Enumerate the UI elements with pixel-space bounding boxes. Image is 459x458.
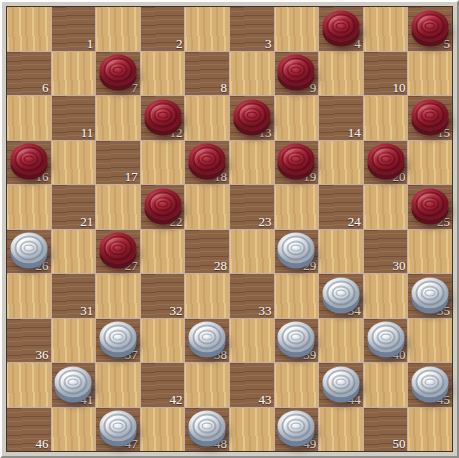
white-man-square-44[interactable] <box>322 366 359 397</box>
square-number: 24 <box>348 215 361 229</box>
piece-ring <box>19 152 38 167</box>
piece-ring <box>335 378 346 385</box>
light-square <box>230 319 274 363</box>
piece-ring <box>331 374 350 389</box>
piece-ring <box>421 196 440 211</box>
white-man-square-38[interactable] <box>189 322 226 353</box>
square-number: 8 <box>220 81 227 95</box>
square-35[interactable]: 35 <box>408 274 452 318</box>
square-number: 33 <box>259 304 272 318</box>
red-man-square-18[interactable] <box>189 144 226 175</box>
square-45[interactable]: 45 <box>408 363 452 407</box>
white-man-square-29[interactable] <box>278 233 315 264</box>
square-10[interactable]: 10 <box>364 52 408 96</box>
light-square <box>141 141 185 185</box>
piece-ring <box>282 58 311 83</box>
piece-ring <box>287 63 306 78</box>
piece-ring <box>103 58 132 83</box>
square-50[interactable]: 50 <box>364 408 408 452</box>
piece-ring <box>371 325 400 350</box>
square-33[interactable]: 33 <box>230 274 274 318</box>
piece-ring <box>103 236 132 261</box>
light-square <box>96 363 140 407</box>
square-48[interactable]: 48 <box>185 408 229 452</box>
red-man-square-4[interactable] <box>322 10 359 41</box>
piece-ring <box>371 147 400 172</box>
piece-ring <box>153 107 172 122</box>
piece-ring <box>291 245 302 252</box>
square-13[interactable]: 13 <box>230 96 274 140</box>
square-46[interactable]: 46 <box>7 408 51 452</box>
light-square <box>408 319 452 363</box>
light-square <box>364 363 408 407</box>
piece-ring <box>19 241 38 256</box>
light-square <box>364 185 408 229</box>
piece-ring <box>291 156 302 163</box>
piece-ring <box>331 285 350 300</box>
square-number: 46 <box>36 437 49 451</box>
square-9[interactable]: 9 <box>275 52 319 96</box>
piece-ring <box>108 419 127 434</box>
square-37[interactable]: 37 <box>96 319 140 363</box>
piece-ring <box>421 374 440 389</box>
square-22[interactable]: 22 <box>141 185 185 229</box>
piece-ring <box>198 330 217 345</box>
light-square <box>319 141 363 185</box>
square-number: 14 <box>348 126 361 140</box>
board-frame: 1234567891011121314151617181920212223242… <box>0 0 459 458</box>
light-square <box>275 185 319 229</box>
piece-ring <box>425 289 436 296</box>
square-2[interactable]: 2 <box>141 7 185 51</box>
piece-ring <box>335 289 346 296</box>
piece-ring <box>416 191 445 216</box>
square-number: 9 <box>310 81 317 95</box>
piece-ring <box>14 147 43 172</box>
white-man-square-48[interactable] <box>189 411 226 442</box>
light-square <box>52 230 96 274</box>
light-square <box>141 408 185 452</box>
square-23[interactable]: 23 <box>230 185 274 229</box>
piece-ring <box>425 200 436 207</box>
square-number: 7 <box>131 81 138 95</box>
piece-ring <box>153 196 172 211</box>
piece-ring <box>425 22 436 29</box>
piece-ring <box>202 423 213 430</box>
light-square <box>319 319 363 363</box>
square-29[interactable]: 29 <box>275 230 319 274</box>
light-square <box>319 52 363 96</box>
piece-ring <box>108 330 127 345</box>
light-square <box>7 274 51 318</box>
light-square <box>185 185 229 229</box>
red-man-square-7[interactable] <box>99 55 136 86</box>
piece-ring <box>421 18 440 33</box>
checkers-board: 1234567891011121314151617181920212223242… <box>6 6 453 452</box>
light-square <box>96 274 140 318</box>
piece-ring <box>193 414 222 439</box>
piece-ring <box>287 152 306 167</box>
square-16[interactable]: 16 <box>7 141 51 185</box>
light-square <box>364 274 408 318</box>
light-square <box>52 319 96 363</box>
light-square <box>141 52 185 96</box>
red-man-square-25[interactable] <box>412 188 449 219</box>
square-25[interactable]: 25 <box>408 185 452 229</box>
square-43[interactable]: 43 <box>230 363 274 407</box>
white-man-square-37[interactable] <box>99 322 136 353</box>
piece-ring <box>282 236 311 261</box>
piece-ring <box>376 330 395 345</box>
piece-ring <box>326 280 355 305</box>
red-man-square-22[interactable] <box>144 188 181 219</box>
square-15[interactable]: 15 <box>408 96 452 140</box>
square-number: 10 <box>392 81 405 95</box>
square-number: 31 <box>80 304 93 318</box>
square-number: 43 <box>259 393 272 407</box>
square-38[interactable]: 38 <box>185 319 229 363</box>
piece-ring <box>112 245 123 252</box>
white-man-square-49[interactable] <box>278 411 315 442</box>
square-number: 36 <box>36 348 49 362</box>
piece-ring <box>237 102 266 127</box>
piece-ring <box>425 378 436 385</box>
square-number: 28 <box>214 259 227 273</box>
piece-ring <box>103 325 132 350</box>
piece-ring <box>112 67 123 74</box>
piece-ring <box>282 325 311 350</box>
piece-ring <box>68 378 79 385</box>
piece-ring <box>282 147 311 172</box>
square-31[interactable]: 31 <box>52 274 96 318</box>
square-11[interactable]: 11 <box>52 96 96 140</box>
square-47[interactable]: 47 <box>96 408 140 452</box>
piece-ring <box>202 156 213 163</box>
square-number: 17 <box>125 170 138 184</box>
light-square <box>230 141 274 185</box>
light-square <box>7 96 51 140</box>
piece-ring <box>246 111 257 118</box>
light-square <box>52 408 96 452</box>
square-5[interactable]: 5 <box>408 7 452 51</box>
light-square <box>275 274 319 318</box>
piece-ring <box>416 102 445 127</box>
piece-ring <box>108 241 127 256</box>
light-square <box>275 363 319 407</box>
red-man-square-5[interactable] <box>412 10 449 41</box>
piece-ring <box>202 334 213 341</box>
piece-ring <box>331 18 350 33</box>
light-square <box>185 274 229 318</box>
piece-ring <box>64 374 83 389</box>
light-square <box>7 185 51 229</box>
square-number: 5 <box>443 37 450 51</box>
square-21[interactable]: 21 <box>52 185 96 229</box>
light-square <box>408 230 452 274</box>
square-number: 6 <box>42 81 49 95</box>
piece-ring <box>193 147 222 172</box>
red-man-square-19[interactable] <box>278 144 315 175</box>
white-man-square-47[interactable] <box>99 411 136 442</box>
square-28[interactable]: 28 <box>185 230 229 274</box>
red-man-square-16[interactable] <box>10 144 47 175</box>
piece-ring <box>198 152 217 167</box>
piece-ring <box>148 191 177 216</box>
piece-ring <box>148 102 177 127</box>
light-square <box>141 230 185 274</box>
square-44[interactable]: 44 <box>319 363 363 407</box>
piece-ring <box>103 414 132 439</box>
piece-ring <box>287 241 306 256</box>
piece-ring <box>380 334 391 341</box>
piece-ring <box>291 334 302 341</box>
square-24[interactable]: 24 <box>319 185 363 229</box>
piece-ring <box>287 330 306 345</box>
piece-ring <box>157 200 168 207</box>
piece-ring <box>59 369 88 394</box>
square-12[interactable]: 12 <box>141 96 185 140</box>
piece-ring <box>421 285 440 300</box>
light-square <box>408 408 452 452</box>
piece-ring <box>23 245 34 252</box>
piece-ring <box>380 156 391 163</box>
square-number: 32 <box>169 304 182 318</box>
square-30[interactable]: 30 <box>364 230 408 274</box>
white-man-square-40[interactable] <box>367 322 404 353</box>
piece-ring <box>421 107 440 122</box>
square-26[interactable]: 26 <box>7 230 51 274</box>
light-square <box>408 52 452 96</box>
piece-ring <box>23 156 34 163</box>
piece-ring <box>198 419 217 434</box>
light-square <box>185 363 229 407</box>
piece-ring <box>326 13 355 38</box>
piece-ring <box>193 325 222 350</box>
square-number: 23 <box>259 215 272 229</box>
light-square <box>96 185 140 229</box>
white-man-square-34[interactable] <box>322 277 359 308</box>
square-39[interactable]: 39 <box>275 319 319 363</box>
square-number: 11 <box>81 126 94 140</box>
light-square <box>408 141 452 185</box>
red-man-square-20[interactable] <box>367 144 404 175</box>
red-man-square-15[interactable] <box>412 99 449 130</box>
light-square <box>96 7 140 51</box>
light-square <box>52 52 96 96</box>
light-square <box>230 408 274 452</box>
square-3[interactable]: 3 <box>230 7 274 51</box>
square-34[interactable]: 34 <box>319 274 363 318</box>
square-number: 21 <box>80 215 93 229</box>
square-19[interactable]: 19 <box>275 141 319 185</box>
square-4[interactable]: 4 <box>319 7 363 51</box>
square-number: 1 <box>87 37 94 51</box>
red-man-square-27[interactable] <box>99 233 136 264</box>
piece-ring <box>376 152 395 167</box>
piece-ring <box>112 423 123 430</box>
piece-ring <box>291 67 302 74</box>
light-square <box>230 230 274 274</box>
light-square <box>319 230 363 274</box>
square-42[interactable]: 42 <box>141 363 185 407</box>
piece-ring <box>14 236 43 261</box>
square-number: 4 <box>354 37 361 51</box>
light-square <box>275 96 319 140</box>
square-40[interactable]: 40 <box>364 319 408 363</box>
light-square <box>185 7 229 51</box>
light-square <box>96 96 140 140</box>
square-14[interactable]: 14 <box>319 96 363 140</box>
white-man-square-26[interactable] <box>10 233 47 264</box>
white-man-square-41[interactable] <box>55 366 92 397</box>
square-49[interactable]: 49 <box>275 408 319 452</box>
piece-ring <box>108 63 127 78</box>
piece-ring <box>282 414 311 439</box>
square-17[interactable]: 17 <box>96 141 140 185</box>
light-square <box>230 52 274 96</box>
square-number: 2 <box>176 37 183 51</box>
square-32[interactable]: 32 <box>141 274 185 318</box>
piece-ring <box>291 423 302 430</box>
square-1[interactable]: 1 <box>52 7 96 51</box>
white-man-square-45[interactable] <box>412 366 449 397</box>
light-square <box>52 141 96 185</box>
square-27[interactable]: 27 <box>96 230 140 274</box>
piece-ring <box>335 22 346 29</box>
light-square <box>364 96 408 140</box>
square-41[interactable]: 41 <box>52 363 96 407</box>
red-man-square-13[interactable] <box>233 99 270 130</box>
light-square <box>141 319 185 363</box>
light-square <box>364 7 408 51</box>
square-8[interactable]: 8 <box>185 52 229 96</box>
piece-ring <box>326 369 355 394</box>
square-number: 30 <box>392 259 405 273</box>
white-man-square-39[interactable] <box>278 322 315 353</box>
square-number: 50 <box>392 437 405 451</box>
piece-ring <box>112 334 123 341</box>
light-square <box>7 7 51 51</box>
piece-ring <box>425 111 436 118</box>
square-20[interactable]: 20 <box>364 141 408 185</box>
square-18[interactable]: 18 <box>185 141 229 185</box>
white-man-square-35[interactable] <box>412 277 449 308</box>
light-square <box>185 96 229 140</box>
piece-ring <box>287 419 306 434</box>
red-man-square-9[interactable] <box>278 55 315 86</box>
piece-ring <box>416 280 445 305</box>
piece-ring <box>416 13 445 38</box>
square-number: 3 <box>265 37 272 51</box>
light-square <box>319 408 363 452</box>
light-square <box>7 363 51 407</box>
piece-ring <box>242 107 261 122</box>
square-36[interactable]: 36 <box>7 319 51 363</box>
square-number: 42 <box>169 393 182 407</box>
piece-ring <box>157 111 168 118</box>
light-square <box>275 7 319 51</box>
red-man-square-12[interactable] <box>144 99 181 130</box>
square-7[interactable]: 7 <box>96 52 140 96</box>
square-6[interactable]: 6 <box>7 52 51 96</box>
piece-ring <box>416 369 445 394</box>
